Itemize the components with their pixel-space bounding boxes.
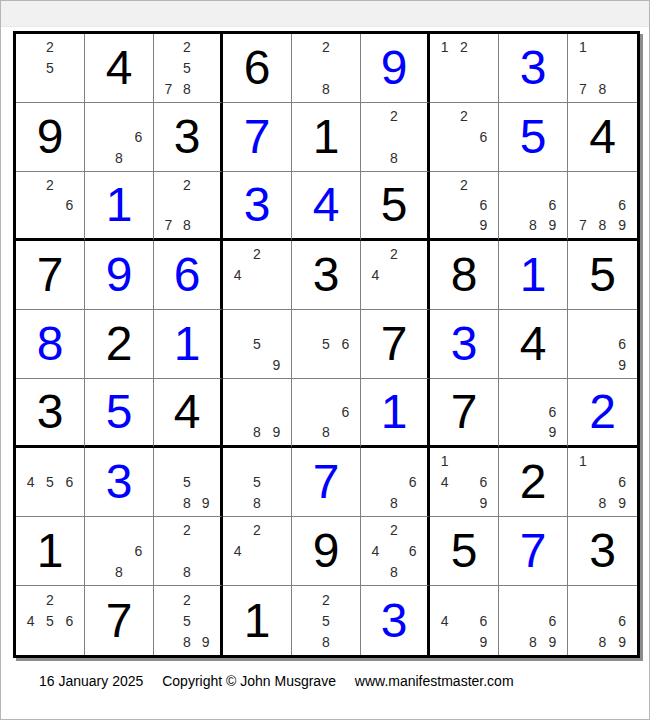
candidate-grid: 2578 xyxy=(154,34,220,102)
candidate-empty xyxy=(228,402,247,422)
cell-r3c9[interactable]: 6789 xyxy=(568,172,637,241)
candidate-grid: 69 xyxy=(568,310,637,378)
candidate-empty xyxy=(593,334,613,355)
candidate-digit: 8 xyxy=(178,561,197,582)
candidate-empty xyxy=(267,334,286,355)
footer: 16 January 2025 Copyright © John Musgrav… xyxy=(1,673,649,689)
candidate-empty xyxy=(196,195,215,215)
candidate-empty xyxy=(196,610,215,631)
candidate-empty xyxy=(60,175,79,195)
candidate-digit: 5 xyxy=(247,472,266,493)
entered-digit: 6 xyxy=(174,251,201,299)
candidate-empty xyxy=(336,58,355,79)
candidate-digit: 8 xyxy=(593,215,613,235)
candidate-digit: 2 xyxy=(454,106,473,127)
cell-r4c5[interactable]: 3 xyxy=(292,241,361,310)
candidate-empty xyxy=(474,589,493,610)
candidate-empty xyxy=(593,589,613,610)
cell-r6c2[interactable]: 5 xyxy=(85,379,154,448)
candidate-digit: 2 xyxy=(178,520,197,541)
candidate-empty xyxy=(159,58,178,79)
candidate-grid: 269 xyxy=(430,172,498,238)
candidate-empty xyxy=(40,631,59,652)
candidate-empty xyxy=(403,561,422,582)
candidate-empty xyxy=(366,561,385,582)
candidate-empty xyxy=(366,472,385,493)
candidate-digit: 5 xyxy=(40,610,59,631)
candidate-empty xyxy=(573,334,593,355)
cell-r1c8[interactable]: 3 xyxy=(499,34,568,103)
candidate-digit: 9 xyxy=(612,354,632,375)
candidate-empty xyxy=(297,422,316,442)
candidate-digit: 9 xyxy=(474,631,493,652)
candidate-empty xyxy=(90,561,109,582)
cell-r4c7[interactable]: 8 xyxy=(430,241,499,310)
cell-r2c3[interactable]: 3 xyxy=(154,103,223,172)
cell-r7c2[interactable]: 3 xyxy=(85,448,154,517)
candidate-empty xyxy=(60,215,79,235)
given-digit: 1 xyxy=(37,527,64,575)
entered-digit: 1 xyxy=(174,320,201,368)
cell-r3c8[interactable]: 689 xyxy=(499,172,568,241)
cell-r7c4[interactable]: 58 xyxy=(223,448,292,517)
candidate-empty xyxy=(454,78,473,99)
cell-r8c1[interactable]: 1 xyxy=(16,517,85,586)
cell-r7c6[interactable]: 68 xyxy=(361,448,430,517)
candidate-empty xyxy=(403,492,422,513)
cell-r6c7[interactable]: 7 xyxy=(430,379,499,448)
candidate-empty xyxy=(543,175,562,195)
candidate-empty xyxy=(297,589,316,610)
candidate-empty xyxy=(228,313,247,334)
candidate-digit: 6 xyxy=(474,610,493,631)
candidate-empty xyxy=(435,106,454,127)
candidate-empty xyxy=(366,106,385,127)
cell-r1c5[interactable]: 28 xyxy=(292,34,361,103)
candidate-digit: 7 xyxy=(573,215,593,235)
cell-r7c9[interactable]: 1689 xyxy=(568,448,637,517)
candidate-empty xyxy=(60,589,79,610)
candidate-empty xyxy=(196,37,215,58)
candidate-digit: 4 xyxy=(228,265,247,286)
candidate-empty xyxy=(228,334,247,355)
cell-r9c3[interactable]: 2589 xyxy=(154,586,223,655)
cell-r1c9[interactable]: 178 xyxy=(568,34,637,103)
cell-r2c2[interactable]: 68 xyxy=(85,103,154,172)
cell-r4c8[interactable]: 1 xyxy=(499,241,568,310)
entered-digit: 5 xyxy=(106,388,133,436)
candidate-empty xyxy=(523,422,542,442)
candidate-digit: 8 xyxy=(178,631,197,652)
candidate-grid: 456 xyxy=(16,448,84,516)
cell-r4c4[interactable]: 24 xyxy=(223,241,292,310)
candidate-digit: 9 xyxy=(474,492,493,513)
candidate-empty xyxy=(403,244,422,265)
candidate-empty xyxy=(267,265,286,286)
candidate-grid: 26 xyxy=(430,103,498,171)
cell-r2c6[interactable]: 28 xyxy=(361,103,430,172)
cell-r6c9[interactable]: 2 xyxy=(568,379,637,448)
candidate-digit: 9 xyxy=(612,215,632,235)
candidate-digit: 6 xyxy=(336,402,355,422)
cell-r8c2[interactable]: 68 xyxy=(85,517,154,586)
candidate-digit: 2 xyxy=(385,106,404,127)
candidate-empty xyxy=(267,313,286,334)
candidate-digit: 5 xyxy=(316,334,335,355)
given-digit: 1 xyxy=(244,597,271,645)
candidate-digit: 8 xyxy=(109,147,128,168)
entered-digit: 5 xyxy=(520,113,547,161)
candidate-empty xyxy=(504,402,523,422)
cell-r5c2[interactable]: 2 xyxy=(85,310,154,379)
given-digit: 3 xyxy=(174,113,201,161)
given-digit: 5 xyxy=(451,527,478,575)
candidate-empty xyxy=(403,285,422,306)
candidate-empty xyxy=(573,313,593,334)
candidate-digit: 8 xyxy=(316,78,335,99)
candidate-empty xyxy=(178,451,197,472)
candidate-empty xyxy=(612,451,632,472)
candidate-empty xyxy=(573,354,593,375)
candidate-empty xyxy=(316,382,335,402)
candidate-digit: 2 xyxy=(316,37,335,58)
given-digit: 7 xyxy=(37,251,64,299)
footer-website: www.manifestmaster.com xyxy=(355,673,514,689)
cell-r3c1[interactable]: 26 xyxy=(16,172,85,241)
candidate-empty xyxy=(593,451,613,472)
candidate-empty xyxy=(573,492,593,513)
candidate-empty xyxy=(90,147,109,168)
candidate-empty xyxy=(435,631,454,652)
candidate-digit: 6 xyxy=(612,472,632,493)
candidate-grid: 689 xyxy=(499,172,567,238)
cell-r1c1[interactable]: 25 xyxy=(16,34,85,103)
given-digit: 2 xyxy=(106,320,133,368)
candidate-empty xyxy=(247,451,266,472)
candidate-empty xyxy=(573,589,593,610)
cell-r4c9[interactable]: 5 xyxy=(568,241,637,310)
candidate-empty xyxy=(454,610,473,631)
candidate-digit: 2 xyxy=(40,589,59,610)
cell-r7c3[interactable]: 589 xyxy=(154,448,223,517)
sudoku-board: 2542578628912317896837128265426127834526… xyxy=(13,31,640,658)
candidate-digit: 6 xyxy=(129,541,148,562)
entered-digit: 3 xyxy=(381,597,408,645)
candidate-grid: 1689 xyxy=(568,448,637,516)
candidate-empty xyxy=(21,78,40,99)
candidate-empty xyxy=(336,631,355,652)
footer-date: 16 January 2025 xyxy=(39,673,143,689)
given-digit: 5 xyxy=(381,181,408,229)
cell-r2c7[interactable]: 26 xyxy=(430,103,499,172)
cell-r1c4[interactable]: 6 xyxy=(223,34,292,103)
cell-r2c1[interactable]: 9 xyxy=(16,103,85,172)
candidate-empty xyxy=(385,265,404,286)
candidate-digit: 6 xyxy=(129,127,148,148)
candidate-empty xyxy=(297,58,316,79)
candidate-empty xyxy=(316,402,335,422)
entered-digit: 7 xyxy=(244,113,271,161)
candidate-digit: 8 xyxy=(178,215,197,235)
candidate-empty xyxy=(543,589,562,610)
given-digit: 3 xyxy=(313,251,340,299)
candidate-empty xyxy=(90,520,109,541)
candidate-empty xyxy=(454,147,473,168)
entered-digit: 3 xyxy=(451,320,478,368)
cell-r9c6[interactable]: 3 xyxy=(361,586,430,655)
candidate-empty xyxy=(228,244,247,265)
candidate-empty xyxy=(196,520,215,541)
candidate-empty xyxy=(474,147,493,168)
candidate-digit: 6 xyxy=(612,610,632,631)
candidate-digit: 8 xyxy=(247,422,266,442)
candidate-empty xyxy=(454,492,473,513)
candidate-empty xyxy=(504,175,523,195)
candidate-digit: 6 xyxy=(543,402,562,422)
candidate-empty xyxy=(454,631,473,652)
candidate-empty xyxy=(385,472,404,493)
candidate-empty xyxy=(504,195,523,215)
candidate-empty xyxy=(159,492,178,513)
candidate-empty xyxy=(336,382,355,402)
candidate-empty xyxy=(228,472,247,493)
given-digit: 4 xyxy=(106,44,133,92)
candidate-empty xyxy=(523,382,542,402)
cell-r2c8[interactable]: 5 xyxy=(499,103,568,172)
candidate-digit: 6 xyxy=(336,334,355,355)
candidate-grid: 26 xyxy=(16,172,84,238)
given-digit: 7 xyxy=(381,320,408,368)
candidate-empty xyxy=(297,402,316,422)
candidate-empty xyxy=(504,382,523,402)
candidate-empty xyxy=(504,610,523,631)
candidate-grid: 178 xyxy=(568,34,637,102)
candidate-empty xyxy=(454,451,473,472)
candidate-empty xyxy=(336,313,355,334)
candidate-empty xyxy=(228,520,247,541)
candidate-empty xyxy=(523,610,542,631)
candidate-grid: 12 xyxy=(430,34,498,102)
candidate-digit: 4 xyxy=(435,610,454,631)
candidate-empty xyxy=(612,175,632,195)
candidate-empty xyxy=(403,451,422,472)
candidate-grid: 58 xyxy=(223,448,291,516)
candidate-empty xyxy=(159,520,178,541)
candidate-empty xyxy=(403,127,422,148)
candidate-empty xyxy=(454,58,473,79)
candidate-empty xyxy=(523,195,542,215)
cell-r5c9[interactable]: 69 xyxy=(568,310,637,379)
cell-r4c6[interactable]: 24 xyxy=(361,241,430,310)
candidate-empty xyxy=(247,354,266,375)
cell-r7c5[interactable]: 7 xyxy=(292,448,361,517)
candidate-empty xyxy=(336,589,355,610)
cell-r2c5[interactable]: 1 xyxy=(292,103,361,172)
candidate-empty xyxy=(593,195,613,215)
candidate-digit: 8 xyxy=(316,422,335,442)
cell-r1c3[interactable]: 2578 xyxy=(154,34,223,103)
given-digit: 9 xyxy=(313,527,340,575)
candidate-digit: 9 xyxy=(612,631,632,652)
candidate-empty xyxy=(129,520,148,541)
candidate-digit: 8 xyxy=(593,78,613,99)
cell-r5c6[interactable]: 7 xyxy=(361,310,430,379)
candidate-digit: 8 xyxy=(178,492,197,513)
candidate-empty xyxy=(60,492,79,513)
candidate-digit: 9 xyxy=(474,215,493,235)
candidate-empty xyxy=(21,37,40,58)
cell-r9c5[interactable]: 258 xyxy=(292,586,361,655)
cell-r1c2[interactable]: 4 xyxy=(85,34,154,103)
cell-r2c4[interactable]: 7 xyxy=(223,103,292,172)
candidate-empty xyxy=(196,541,215,562)
cell-r9c7[interactable]: 469 xyxy=(430,586,499,655)
candidate-empty xyxy=(474,37,493,58)
candidate-grid: 2456 xyxy=(16,586,84,655)
candidate-empty xyxy=(474,451,493,472)
candidate-empty xyxy=(247,265,266,286)
candidate-digit: 2 xyxy=(40,37,59,58)
cell-r3c7[interactable]: 269 xyxy=(430,172,499,241)
candidate-digit: 2 xyxy=(178,175,197,195)
candidate-digit: 6 xyxy=(403,472,422,493)
candidate-empty xyxy=(129,147,148,168)
cell-r5c4[interactable]: 59 xyxy=(223,310,292,379)
candidate-empty xyxy=(474,175,493,195)
cell-r5c5[interactable]: 56 xyxy=(292,310,361,379)
cell-r8c9[interactable]: 3 xyxy=(568,517,637,586)
cell-r3c2[interactable]: 1 xyxy=(85,172,154,241)
cell-r2c9[interactable]: 4 xyxy=(568,103,637,172)
candidate-empty xyxy=(60,37,79,58)
cell-r5c7[interactable]: 3 xyxy=(430,310,499,379)
candidate-digit: 5 xyxy=(40,58,59,79)
cell-r8c6[interactable]: 2468 xyxy=(361,517,430,586)
candidate-empty xyxy=(573,175,593,195)
cell-r6c5[interactable]: 68 xyxy=(292,379,361,448)
cell-r1c6[interactable]: 9 xyxy=(361,34,430,103)
candidate-empty xyxy=(267,541,286,562)
candidate-empty xyxy=(178,195,197,215)
candidate-digit: 9 xyxy=(196,492,215,513)
cell-r9c4[interactable]: 1 xyxy=(223,586,292,655)
given-digit: 2 xyxy=(520,458,547,506)
cell-r8c7[interactable]: 5 xyxy=(430,517,499,586)
cell-r9c1[interactable]: 2456 xyxy=(16,586,85,655)
candidate-empty xyxy=(573,58,593,79)
candidate-digit: 6 xyxy=(474,195,493,215)
candidate-empty xyxy=(159,451,178,472)
cell-r9c9[interactable]: 689 xyxy=(568,586,637,655)
entered-digit: 7 xyxy=(313,458,340,506)
candidate-digit: 6 xyxy=(60,472,79,493)
cell-r7c8[interactable]: 2 xyxy=(499,448,568,517)
candidate-empty xyxy=(196,561,215,582)
cell-r8c3[interactable]: 28 xyxy=(154,517,223,586)
cell-r8c8[interactable]: 7 xyxy=(499,517,568,586)
cell-r4c3[interactable]: 6 xyxy=(154,241,223,310)
candidate-empty xyxy=(403,147,422,168)
candidate-empty xyxy=(159,195,178,215)
candidate-grid: 24 xyxy=(223,517,291,585)
candidate-empty xyxy=(60,451,79,472)
candidate-digit: 2 xyxy=(247,244,266,265)
candidate-empty xyxy=(435,78,454,99)
candidate-empty xyxy=(573,631,593,652)
candidate-empty xyxy=(435,492,454,513)
candidate-empty xyxy=(523,402,542,422)
candidate-digit: 6 xyxy=(60,195,79,215)
candidate-empty xyxy=(247,561,266,582)
candidate-empty xyxy=(90,106,109,127)
candidate-empty xyxy=(454,589,473,610)
candidate-digit: 6 xyxy=(474,127,493,148)
cell-r3c6[interactable]: 5 xyxy=(361,172,430,241)
candidate-digit: 2 xyxy=(385,520,404,541)
candidate-empty xyxy=(196,175,215,195)
given-digit: 7 xyxy=(106,597,133,645)
entered-digit: 4 xyxy=(313,181,340,229)
cell-r3c5[interactable]: 4 xyxy=(292,172,361,241)
candidate-grid: 1469 xyxy=(430,448,498,516)
given-digit: 4 xyxy=(589,113,616,161)
candidate-empty xyxy=(612,313,632,334)
cell-r6c1[interactable]: 3 xyxy=(16,379,85,448)
cell-r6c8[interactable]: 69 xyxy=(499,379,568,448)
candidate-empty xyxy=(21,215,40,235)
cell-r1c7[interactable]: 12 xyxy=(430,34,499,103)
candidate-empty xyxy=(129,561,148,582)
cell-r4c1[interactable]: 7 xyxy=(16,241,85,310)
cell-r3c3[interactable]: 278 xyxy=(154,172,223,241)
cell-r4c2[interactable]: 9 xyxy=(85,241,154,310)
sudoku-page: 2542578628912317896837128265426127834526… xyxy=(0,0,650,720)
candidate-empty xyxy=(366,244,385,265)
cell-r6c4[interactable]: 89 xyxy=(223,379,292,448)
cell-r5c1[interactable]: 8 xyxy=(16,310,85,379)
cell-r5c8[interactable]: 4 xyxy=(499,310,568,379)
cell-r6c3[interactable]: 4 xyxy=(154,379,223,448)
candidate-empty xyxy=(573,472,593,493)
cell-r9c2[interactable]: 7 xyxy=(85,586,154,655)
candidate-empty xyxy=(228,382,247,402)
candidate-empty xyxy=(474,106,493,127)
candidate-empty xyxy=(316,354,335,375)
candidate-grid: 28 xyxy=(154,517,220,585)
cell-r6c6[interactable]: 1 xyxy=(361,379,430,448)
candidate-empty xyxy=(385,541,404,562)
candidate-empty xyxy=(159,610,178,631)
candidate-digit: 8 xyxy=(593,631,613,652)
candidate-empty xyxy=(366,492,385,513)
candidate-empty xyxy=(612,37,632,58)
candidate-grid: 689 xyxy=(499,586,567,655)
candidate-empty xyxy=(159,472,178,493)
candidate-empty xyxy=(40,215,59,235)
candidate-empty xyxy=(336,610,355,631)
cell-r3c4[interactable]: 3 xyxy=(223,172,292,241)
cell-r8c4[interactable]: 24 xyxy=(223,517,292,586)
candidate-empty xyxy=(435,127,454,148)
cell-r9c8[interactable]: 689 xyxy=(499,586,568,655)
candidate-empty xyxy=(40,78,59,99)
cell-r5c3[interactable]: 1 xyxy=(154,310,223,379)
cell-r7c7[interactable]: 1469 xyxy=(430,448,499,517)
given-digit: 5 xyxy=(589,251,616,299)
cell-r8c5[interactable]: 9 xyxy=(292,517,361,586)
candidate-empty xyxy=(267,382,286,402)
cell-r7c1[interactable]: 456 xyxy=(16,448,85,517)
